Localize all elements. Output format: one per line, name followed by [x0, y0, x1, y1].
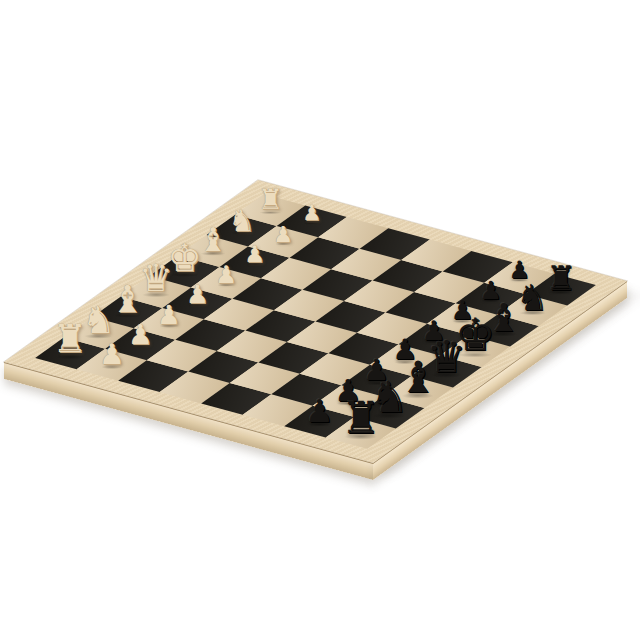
piece-black-rook-a8: ♜ [341, 396, 381, 440]
piece-white-queen-d1: ♛ [139, 260, 173, 298]
piece-white-pawn-f2: ♟ [244, 243, 265, 266]
piece-white-bishop-f1: ♝ [198, 224, 227, 257]
piece-white-rook-a1: ♜ [53, 321, 88, 360]
piece-white-bishop-c1: ♝ [111, 281, 144, 318]
piece-black-knight-g8: ♞ [516, 280, 548, 316]
piece-black-rook-h8: ♜ [546, 261, 577, 295]
piece-white-pawn-b2: ♟ [128, 321, 153, 348]
piece-white-pawn-c2: ♟ [157, 302, 181, 328]
piece-white-pawn-h2: ♟ [302, 204, 321, 225]
piece-white-rook-h1: ♜ [257, 186, 282, 214]
piece-white-knight-g1: ♞ [228, 206, 255, 236]
piece-white-pawn-a2: ♟ [99, 341, 125, 370]
piece-white-pawn-e2: ♟ [215, 263, 237, 287]
piece-white-pawn-g2: ♟ [273, 223, 293, 245]
photo-backdrop: ♜♞♝♛♚♝♞♜♟♟♟♟♟♟♟♟♟♟♟♟♟♟♟♟♜♞♝♛♚♝♞♜ [0, 0, 640, 640]
piece-black-pawn-a7: ♟ [305, 395, 333, 426]
piece-white-pawn-d2: ♟ [186, 282, 209, 307]
